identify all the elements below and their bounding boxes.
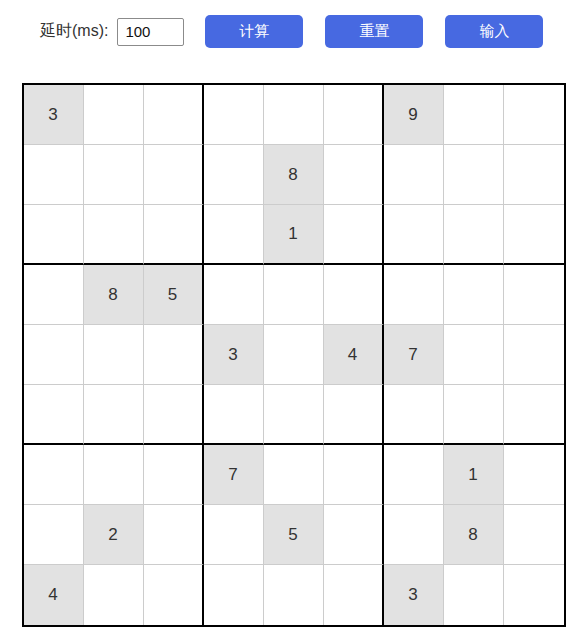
- sudoku-cell-r2c9[interactable]: [504, 145, 564, 205]
- sudoku-cell-r4c2[interactable]: 8: [84, 265, 144, 325]
- sudoku-cell-r1c7[interactable]: 9: [384, 85, 444, 145]
- sudoku-cell-r9c3[interactable]: [144, 565, 204, 625]
- sudoku-cell-r7c8[interactable]: 1: [444, 445, 504, 505]
- sudoku-cell-r8c5[interactable]: 5: [264, 505, 324, 565]
- sudoku-cell-r6c9[interactable]: [504, 385, 564, 445]
- sudoku-cell-r3c2[interactable]: [84, 205, 144, 265]
- sudoku-board: 3981853477125843: [22, 83, 566, 627]
- sudoku-cell-r9c2[interactable]: [84, 565, 144, 625]
- sudoku-cell-r7c2[interactable]: [84, 445, 144, 505]
- sudoku-cell-r4c6[interactable]: [324, 265, 384, 325]
- sudoku-cell-r7c9[interactable]: [504, 445, 564, 505]
- sudoku-cell-r5c8[interactable]: [444, 325, 504, 385]
- reset-button[interactable]: 重置: [325, 15, 423, 48]
- sudoku-cell-r3c3[interactable]: [144, 205, 204, 265]
- sudoku-cell-r8c2[interactable]: 2: [84, 505, 144, 565]
- delay-label: 延时(ms):: [40, 21, 108, 42]
- sudoku-cell-r6c5[interactable]: [264, 385, 324, 445]
- sudoku-cell-r9c6[interactable]: [324, 565, 384, 625]
- sudoku-cell-r9c4[interactable]: [204, 565, 264, 625]
- sudoku-cell-r4c8[interactable]: [444, 265, 504, 325]
- sudoku-cell-r5c5[interactable]: [264, 325, 324, 385]
- sudoku-cell-r5c3[interactable]: [144, 325, 204, 385]
- sudoku-cell-r4c7[interactable]: [384, 265, 444, 325]
- sudoku-cell-r5c2[interactable]: [84, 325, 144, 385]
- sudoku-cell-r2c3[interactable]: [144, 145, 204, 205]
- sudoku-cell-r1c1[interactable]: 3: [24, 85, 84, 145]
- sudoku-cell-r2c1[interactable]: [24, 145, 84, 205]
- sudoku-cell-r1c8[interactable]: [444, 85, 504, 145]
- toolbar: 延时(ms): 计算 重置 输入: [0, 0, 587, 48]
- sudoku-cell-r3c8[interactable]: [444, 205, 504, 265]
- calculate-button[interactable]: 计算: [205, 15, 303, 48]
- sudoku-cell-r6c1[interactable]: [24, 385, 84, 445]
- sudoku-cell-r1c9[interactable]: [504, 85, 564, 145]
- sudoku-cell-r4c9[interactable]: [504, 265, 564, 325]
- sudoku-cell-r6c8[interactable]: [444, 385, 504, 445]
- sudoku-cell-r8c8[interactable]: 8: [444, 505, 504, 565]
- sudoku-cell-r6c7[interactable]: [384, 385, 444, 445]
- sudoku-cell-r3c6[interactable]: [324, 205, 384, 265]
- sudoku-cell-r5c7[interactable]: 7: [384, 325, 444, 385]
- sudoku-cell-r1c4[interactable]: [204, 85, 264, 145]
- sudoku-cell-r7c7[interactable]: [384, 445, 444, 505]
- sudoku-cell-r5c1[interactable]: [24, 325, 84, 385]
- sudoku-cell-r4c1[interactable]: [24, 265, 84, 325]
- sudoku-cell-r4c3[interactable]: 5: [144, 265, 204, 325]
- sudoku-cell-r6c6[interactable]: [324, 385, 384, 445]
- sudoku-cell-r1c6[interactable]: [324, 85, 384, 145]
- sudoku-cell-r6c2[interactable]: [84, 385, 144, 445]
- sudoku-cell-r8c6[interactable]: [324, 505, 384, 565]
- sudoku-cell-r3c9[interactable]: [504, 205, 564, 265]
- delay-input[interactable]: [117, 18, 184, 46]
- sudoku-cell-r2c7[interactable]: [384, 145, 444, 205]
- input-button[interactable]: 输入: [445, 15, 543, 48]
- sudoku-cell-r9c9[interactable]: [504, 565, 564, 625]
- sudoku-cell-r6c3[interactable]: [144, 385, 204, 445]
- sudoku-cell-r3c5[interactable]: 1: [264, 205, 324, 265]
- sudoku-cell-r5c9[interactable]: [504, 325, 564, 385]
- sudoku-cell-r1c3[interactable]: [144, 85, 204, 145]
- sudoku-cell-r2c6[interactable]: [324, 145, 384, 205]
- sudoku-cell-r4c4[interactable]: [204, 265, 264, 325]
- sudoku-cell-r1c2[interactable]: [84, 85, 144, 145]
- sudoku-cell-r8c3[interactable]: [144, 505, 204, 565]
- sudoku-cell-r3c7[interactable]: [384, 205, 444, 265]
- sudoku-cell-r1c5[interactable]: [264, 85, 324, 145]
- sudoku-cell-r7c1[interactable]: [24, 445, 84, 505]
- sudoku-cell-r8c1[interactable]: [24, 505, 84, 565]
- sudoku-cell-r4c5[interactable]: [264, 265, 324, 325]
- sudoku-cell-r6c4[interactable]: [204, 385, 264, 445]
- sudoku-cell-r7c5[interactable]: [264, 445, 324, 505]
- sudoku-cell-r2c8[interactable]: [444, 145, 504, 205]
- sudoku-cell-r8c7[interactable]: [384, 505, 444, 565]
- sudoku-cell-r2c2[interactable]: [84, 145, 144, 205]
- sudoku-cell-r9c1[interactable]: 4: [24, 565, 84, 625]
- sudoku-cell-r9c5[interactable]: [264, 565, 324, 625]
- sudoku-cell-r5c6[interactable]: 4: [324, 325, 384, 385]
- sudoku-cell-r9c8[interactable]: [444, 565, 504, 625]
- sudoku-cell-r7c6[interactable]: [324, 445, 384, 505]
- sudoku-cell-r8c9[interactable]: [504, 505, 564, 565]
- sudoku-cell-r5c4[interactable]: 3: [204, 325, 264, 385]
- sudoku-cell-r7c3[interactable]: [144, 445, 204, 505]
- sudoku-cell-r3c1[interactable]: [24, 205, 84, 265]
- sudoku-cell-r9c7[interactable]: 3: [384, 565, 444, 625]
- sudoku-cell-r7c4[interactable]: 7: [204, 445, 264, 505]
- sudoku-cell-r8c4[interactable]: [204, 505, 264, 565]
- sudoku-cell-r2c5[interactable]: 8: [264, 145, 324, 205]
- sudoku-cell-r3c4[interactable]: [204, 205, 264, 265]
- sudoku-cell-r2c4[interactable]: [204, 145, 264, 205]
